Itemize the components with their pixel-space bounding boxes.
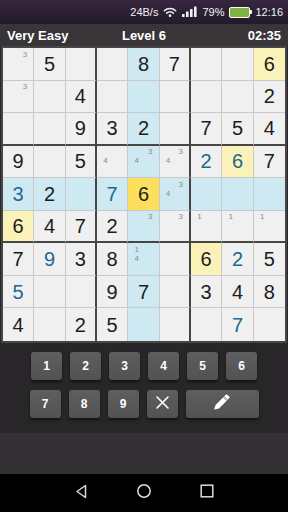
- cell-r5c7[interactable]: [191, 178, 222, 211]
- cell-r9c9[interactable]: [254, 308, 285, 341]
- key-1[interactable]: 1: [31, 352, 62, 380]
- pencil-button[interactable]: [186, 390, 259, 418]
- cell-digit: 9: [107, 282, 118, 302]
- cell-digit: 9: [75, 118, 86, 138]
- pencil-marks: 14: [133, 245, 153, 273]
- battery-percent: 79%: [202, 6, 224, 18]
- cell-digit: 2: [138, 118, 149, 138]
- cell-r3c6[interactable]: [160, 113, 191, 146]
- cell-r2c6[interactable]: [160, 81, 191, 114]
- cell-r8c4[interactable]: 9: [97, 276, 128, 309]
- cell-r1c3[interactable]: [66, 48, 97, 81]
- key-7[interactable]: 7: [30, 390, 61, 418]
- cell-r4c3[interactable]: 5: [66, 146, 97, 179]
- android-nav-bar: [0, 474, 288, 512]
- cell-r1c9[interactable]: 6: [254, 48, 285, 81]
- cell-digit: 2: [232, 249, 243, 269]
- cell-r8c2[interactable]: [34, 276, 65, 309]
- cell-digit: 4: [232, 282, 243, 302]
- cell-digit: 2: [44, 184, 55, 204]
- cell-r6c2[interactable]: 4: [34, 211, 65, 244]
- cell-r3c4[interactable]: 3: [97, 113, 128, 146]
- x-icon: [155, 395, 170, 413]
- cell-r3c3[interactable]: 9: [66, 113, 97, 146]
- cell-r7c6[interactable]: [160, 243, 191, 276]
- key-2[interactable]: 2: [70, 352, 101, 380]
- cell-digit: 5: [75, 151, 86, 171]
- cell-r6c7[interactable]: 1: [191, 211, 222, 244]
- battery-icon: [229, 7, 250, 18]
- cell-r2c7[interactable]: [191, 81, 222, 114]
- cell-r4c8[interactable]: 6: [222, 146, 253, 179]
- cell-r9c4[interactable]: 5: [97, 308, 128, 341]
- cell-r3c5[interactable]: 2: [128, 113, 159, 146]
- pencil-marks: 34: [133, 148, 153, 176]
- cell-r8c6[interactable]: [160, 276, 191, 309]
- key-4[interactable]: 4: [148, 352, 179, 380]
- cell-digit: 6: [138, 184, 149, 204]
- cell-r8c5[interactable]: 7: [128, 276, 159, 309]
- pencil-marks: 34: [165, 180, 184, 208]
- cell-r7c3[interactable]: 3: [66, 243, 97, 276]
- cell-digit: 6: [13, 216, 24, 236]
- cell-r5c6[interactable]: 34: [160, 178, 191, 211]
- cell-digit: 8: [107, 249, 118, 269]
- cell-digit: 5: [44, 54, 55, 74]
- level-label: Level 6: [0, 28, 288, 43]
- cell-digit: 2: [75, 315, 86, 335]
- pencil-marks: 3: [133, 213, 153, 240]
- cell-digit: 4: [13, 315, 24, 335]
- cell-digit: 7: [107, 184, 118, 204]
- signal-icon: [182, 6, 197, 18]
- cell-r5c1[interactable]: 3: [3, 178, 34, 211]
- cell-digit: 8: [138, 54, 149, 74]
- cell-r1c4[interactable]: [97, 48, 128, 81]
- cell-r2c2[interactable]: [34, 81, 65, 114]
- cell-r6c8[interactable]: 1: [222, 211, 253, 244]
- app-header: Very Easy Level 6 02:35: [0, 24, 288, 46]
- cell-r4c9[interactable]: 7: [254, 146, 285, 179]
- cell-digit: 3: [75, 249, 86, 269]
- cell-r8c3[interactable]: [66, 276, 97, 309]
- recents-icon: [200, 484, 214, 502]
- cell-r3c9[interactable]: 4: [254, 113, 285, 146]
- keypad-row-1: 123456: [0, 352, 288, 380]
- home-button[interactable]: [114, 483, 174, 503]
- cell-r8c7[interactable]: 3: [191, 276, 222, 309]
- cell-r9c3[interactable]: 2: [66, 308, 97, 341]
- cell-r4c4[interactable]: 4: [97, 146, 128, 179]
- back-icon: [74, 484, 89, 503]
- cell-digit: 2: [264, 86, 275, 106]
- cell-digit: 4: [264, 118, 275, 138]
- cell-r1c2[interactable]: 5: [34, 48, 65, 81]
- cell-r3c7[interactable]: 7: [191, 113, 222, 146]
- cell-r9c2[interactable]: [34, 308, 65, 341]
- key-8[interactable]: 8: [69, 390, 100, 418]
- cell-digit: 6: [264, 54, 275, 74]
- cell-r4c6[interactable]: 34: [160, 146, 191, 179]
- cell-digit: 7: [75, 216, 86, 236]
- key-9[interactable]: 9: [108, 390, 139, 418]
- cell-r7c7[interactable]: 6: [191, 243, 222, 276]
- cell-r6c4[interactable]: 2: [97, 211, 128, 244]
- cell-digit: 2: [201, 151, 212, 171]
- clear-button[interactable]: [147, 390, 178, 418]
- cell-digit: 5: [13, 282, 24, 302]
- lower-strip: [0, 433, 288, 474]
- cell-r9c1[interactable]: 4: [3, 308, 34, 341]
- cell-r7c1[interactable]: 7: [3, 243, 34, 276]
- cell-r6c6[interactable]: 3: [160, 211, 191, 244]
- cell-digit: 5: [107, 315, 118, 335]
- game-timer: 02:35: [248, 28, 281, 43]
- cell-r4c1[interactable]: 9: [3, 146, 34, 179]
- cell-digit: 7: [13, 249, 24, 269]
- key-5[interactable]: 5: [187, 352, 218, 380]
- keypad-row-2: 789: [0, 390, 288, 418]
- cell-r7c9[interactable]: 5: [254, 243, 285, 276]
- cell-digit: 7: [232, 315, 243, 335]
- cell-r5c9[interactable]: [254, 178, 285, 211]
- cell-digit: 7: [138, 282, 149, 302]
- cell-digit: 3: [201, 282, 212, 302]
- cell-r5c3[interactable]: [66, 178, 97, 211]
- cell-r4c5[interactable]: 34: [128, 146, 159, 179]
- cell-r8c1[interactable]: 5: [3, 276, 34, 309]
- cell-r9c6[interactable]: [160, 308, 191, 341]
- home-icon: [136, 483, 152, 503]
- cell-digit: 6: [232, 151, 243, 171]
- cell-r7c8[interactable]: 2: [222, 243, 253, 276]
- cell-r6c1[interactable]: 6: [3, 211, 34, 244]
- key-3[interactable]: 3: [109, 352, 140, 380]
- cell-r2c3[interactable]: 4: [66, 81, 97, 114]
- pencil-marks: 1: [196, 213, 216, 240]
- pencil-marks: 3: [8, 50, 28, 78]
- cell-r9c5[interactable]: [128, 308, 159, 341]
- cell-r6c9[interactable]: 1: [254, 211, 285, 244]
- pencil-marks: 3: [8, 83, 28, 111]
- cell-r2c8[interactable]: [222, 81, 253, 114]
- pencil-marks: 3: [165, 213, 184, 240]
- cell-r1c8[interactable]: [222, 48, 253, 81]
- clock: 12:16: [255, 6, 283, 18]
- cell-r1c1[interactable]: 3: [3, 48, 34, 81]
- wifi-icon: [163, 6, 177, 18]
- cell-r7c2[interactable]: 9: [34, 243, 65, 276]
- cell-r5c8[interactable]: [222, 178, 253, 211]
- cell-digit: 9: [13, 151, 24, 171]
- cell-r4c7[interactable]: 2: [191, 146, 222, 179]
- pencil-marks: 1: [227, 213, 247, 240]
- cell-digit: 7: [264, 151, 275, 171]
- cell-r9c7[interactable]: [191, 308, 222, 341]
- cell-digit: 5: [264, 249, 275, 269]
- cell-r6c3[interactable]: 7: [66, 211, 97, 244]
- pencil-marks: 34: [165, 148, 184, 176]
- cell-r8c8[interactable]: 4: [222, 276, 253, 309]
- cell-r1c7[interactable]: [191, 48, 222, 81]
- cell-r6c5[interactable]: 3: [128, 211, 159, 244]
- cell-r2c4[interactable]: [97, 81, 128, 114]
- pencil-marks: 4: [102, 148, 122, 176]
- cell-r2c9[interactable]: 2: [254, 81, 285, 114]
- cell-digit: 7: [201, 118, 212, 138]
- cell-r3c8[interactable]: 5: [222, 113, 253, 146]
- cell-r3c2[interactable]: [34, 113, 65, 146]
- recents-button[interactable]: [177, 484, 237, 502]
- cell-digit: 7: [169, 54, 180, 74]
- network-speed: 24B/s: [130, 6, 158, 18]
- cell-r2c5[interactable]: [128, 81, 159, 114]
- pencil-marks: 1: [259, 213, 280, 240]
- status-bar: 24B/s 79% 12:16: [0, 0, 288, 24]
- cell-digit: 2: [107, 216, 118, 236]
- cell-r4c2[interactable]: [34, 146, 65, 179]
- cell-digit: 3: [13, 184, 24, 204]
- cell-digit: 6: [201, 249, 212, 269]
- cell-r7c4[interactable]: 8: [97, 243, 128, 276]
- cell-r3c1[interactable]: [3, 113, 34, 146]
- cell-digit: 4: [44, 216, 55, 236]
- cell-digit: 5: [232, 118, 243, 138]
- cell-digit: 4: [75, 86, 86, 106]
- cell-r7c5[interactable]: 14: [128, 243, 159, 276]
- cell-r1c6[interactable]: 7: [160, 48, 191, 81]
- cell-digit: 8: [264, 282, 275, 302]
- pencil-icon: [210, 394, 234, 414]
- cell-r5c5[interactable]: 6: [128, 178, 159, 211]
- cell-digit: 3: [107, 118, 118, 138]
- key-6[interactable]: 6: [226, 352, 257, 380]
- back-button[interactable]: [51, 484, 111, 503]
- cell-r1c5[interactable]: 8: [128, 48, 159, 81]
- cell-r9c8[interactable]: 7: [222, 308, 253, 341]
- sudoku-board: 3587634293275495434342673276346472331117…: [1, 46, 287, 343]
- cell-r5c4[interactable]: 7: [97, 178, 128, 211]
- cell-r2c1[interactable]: 3: [3, 81, 34, 114]
- cell-r8c9[interactable]: 8: [254, 276, 285, 309]
- cell-r5c2[interactable]: 2: [34, 178, 65, 211]
- cell-digit: 9: [44, 249, 55, 269]
